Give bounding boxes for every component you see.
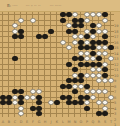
column-labels: ABCDEFGHJKLMNOPQRST xyxy=(0,118,114,126)
black-player-info: B: ···· xyxy=(7,0,17,11)
go-viewer-window: B: ···· ··· – ·· ·· ··· ····· ABCDEFGHJK… xyxy=(0,0,120,126)
row-labels: 19181716151413121110987654321 xyxy=(114,24,120,126)
row-label: 1 xyxy=(114,123,120,126)
black-stone xyxy=(36,111,41,116)
go-board[interactable] xyxy=(0,12,114,117)
white-player-info: ··· – ·· ·· xyxy=(26,0,41,11)
black-stone xyxy=(96,111,101,116)
white-stone xyxy=(18,111,23,116)
game-info-bar: B: ···· ··· – ·· ·· ··· ····· xyxy=(0,0,120,12)
game-result-info: ··· ····· xyxy=(50,0,61,11)
black-stone xyxy=(102,111,107,116)
go-board-area: ABCDEFGHJKLMNOPQRST 19181716151413121110… xyxy=(0,12,114,117)
